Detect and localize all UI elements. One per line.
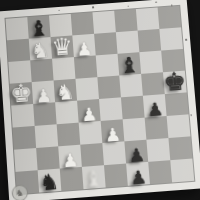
square-b8 xyxy=(27,16,50,39)
square-c7 xyxy=(51,35,74,58)
square-e2 xyxy=(102,141,126,165)
square-h3 xyxy=(167,114,191,138)
dust-speck xyxy=(128,6,129,7)
square-a5 xyxy=(10,82,33,106)
square-d1 xyxy=(82,165,106,189)
square-h4 xyxy=(165,92,189,116)
square-f2 xyxy=(124,140,148,164)
square-g3 xyxy=(145,116,169,140)
square-a6 xyxy=(8,60,31,83)
square-g5 xyxy=(141,72,165,95)
dust-speck xyxy=(59,10,60,11)
square-g6 xyxy=(139,51,163,74)
square-c2 xyxy=(58,145,82,169)
square-d7 xyxy=(72,34,95,57)
square-h2 xyxy=(168,136,192,160)
square-a7 xyxy=(7,39,30,62)
square-h8 xyxy=(158,6,182,29)
square-c6 xyxy=(52,57,75,80)
chessboard-photo: { "game": "chess", "description": "Overh… xyxy=(0,0,200,200)
square-d3 xyxy=(79,121,103,145)
dust-speck xyxy=(155,2,157,3)
square-c8 xyxy=(49,14,72,37)
square-g4 xyxy=(143,94,167,118)
square-g1 xyxy=(148,160,172,184)
square-g7 xyxy=(138,29,162,52)
square-b1 xyxy=(38,169,62,193)
square-a2 xyxy=(14,148,38,172)
square-f1 xyxy=(126,162,150,186)
square-e3 xyxy=(101,119,125,143)
square-d6 xyxy=(74,55,97,78)
square-f3 xyxy=(123,118,147,142)
board-squares xyxy=(6,6,195,194)
square-a3 xyxy=(13,126,37,150)
photo-frame: ♞ ♝♞♛♟♝♚♟♞♚♟♟♟♟♟♞♝♟ xyxy=(0,0,200,200)
dust-speck xyxy=(191,114,192,116)
square-h6 xyxy=(161,49,185,72)
square-a8 xyxy=(6,17,29,40)
square-b5 xyxy=(32,80,55,104)
square-f7 xyxy=(116,31,139,54)
square-f8 xyxy=(114,9,137,32)
square-b2 xyxy=(36,146,60,170)
square-h7 xyxy=(159,27,183,50)
square-c4 xyxy=(55,101,79,125)
square-f6 xyxy=(118,52,142,75)
square-d5 xyxy=(75,77,99,100)
square-e1 xyxy=(104,164,128,188)
square-a4 xyxy=(11,104,34,128)
stamp-knight-icon: ♞ xyxy=(15,188,24,199)
square-f4 xyxy=(121,96,145,120)
dust-speck xyxy=(171,4,172,6)
square-c1 xyxy=(60,167,84,191)
dust-speck xyxy=(92,6,94,8)
square-g2 xyxy=(146,138,170,162)
square-b6 xyxy=(30,59,53,82)
square-b3 xyxy=(35,124,59,148)
square-e4 xyxy=(99,97,123,121)
square-e7 xyxy=(94,32,117,55)
square-g8 xyxy=(136,7,159,30)
maker-stamp: ♞ xyxy=(11,184,28,200)
dust-speck xyxy=(185,39,187,41)
square-e6 xyxy=(96,54,120,77)
square-e5 xyxy=(97,76,121,99)
square-f5 xyxy=(119,74,143,97)
square-h1 xyxy=(170,159,194,183)
square-d2 xyxy=(80,143,104,167)
square-h5 xyxy=(163,71,187,94)
square-c3 xyxy=(57,123,81,147)
square-e8 xyxy=(92,11,115,34)
square-c5 xyxy=(54,79,77,102)
chess-board: ♞ ♝♞♛♟♝♚♟♞♚♟♟♟♟♟♞♝♟ xyxy=(0,0,200,200)
square-d8 xyxy=(71,12,94,35)
square-b7 xyxy=(29,37,52,60)
square-b4 xyxy=(33,102,57,126)
square-d4 xyxy=(77,99,101,123)
